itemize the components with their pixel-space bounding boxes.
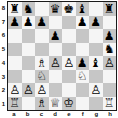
piece-white-pawn: ♙ [90,83,101,95]
square-a1[interactable]: ♖ [8,97,22,111]
piece-black-pawn: ♟ [77,16,88,28]
file-label-f: f [76,111,90,118]
piece-white-pawn: ♙ [36,83,47,95]
square-d7[interactable] [49,16,63,30]
piece-white-pawn: ♙ [104,56,115,68]
piece-white-pawn: ♙ [9,83,20,95]
piece-white-pawn: ♙ [63,56,74,68]
square-e5[interactable] [62,43,76,57]
piece-black-pawn: ♟ [104,29,115,41]
piece-white-knight: ♘ [77,70,88,82]
piece-black-pawn: ♟ [9,16,20,28]
piece-white-queen: ♕ [50,97,61,109]
square-f6[interactable] [76,29,90,43]
square-d5[interactable] [49,43,63,57]
square-a4[interactable] [8,56,22,70]
piece-black-pawn: ♟ [90,16,101,28]
piece-black-knight: ♞ [104,43,115,55]
piece-black-bishop: ♝ [77,2,88,14]
chess-board: ♜♞♛♚♝♜♟♟♟♟♟♟♟♞♗♙♙♟♝♙♘♘♙♙♙♙♖♗♕♔♖ [7,1,117,111]
file-label-g: g [90,111,104,118]
piece-black-knight: ♞ [23,2,34,14]
piece-black-queen: ♛ [50,2,61,14]
square-g4[interactable]: ♝ [89,56,103,70]
rank-labels: 87654321 [0,1,7,111]
piece-black-rook: ♜ [104,2,115,14]
rank-label-3: 3 [0,70,7,84]
square-d2[interactable] [49,83,63,97]
piece-black-rook: ♜ [9,2,20,14]
square-b6[interactable] [22,29,36,43]
square-h8[interactable]: ♜ [103,2,117,16]
square-h5[interactable]: ♞ [103,43,117,57]
square-f3[interactable]: ♘ [76,70,90,84]
file-label-h: h [103,111,117,118]
square-g6[interactable] [89,29,103,43]
piece-black-king: ♚ [63,2,74,14]
square-d6[interactable]: ♟ [49,29,63,43]
square-e7[interactable] [62,16,76,30]
piece-black-pawn: ♟ [77,56,88,68]
square-f2[interactable] [76,83,90,97]
square-f1[interactable] [76,97,90,111]
square-h7[interactable] [103,16,117,30]
square-e4[interactable]: ♙ [62,56,76,70]
square-b1[interactable] [22,97,36,111]
piece-white-king: ♔ [63,97,74,109]
file-label-d: d [48,111,62,118]
square-f5[interactable] [76,43,90,57]
square-b8[interactable]: ♞ [22,2,36,16]
square-a5[interactable] [8,43,22,57]
rank-label-6: 6 [0,29,7,43]
rank-label-1: 1 [0,97,7,111]
square-c3[interactable]: ♘ [35,70,49,84]
square-a3[interactable] [8,70,22,84]
rank-label-7: 7 [0,15,7,29]
square-g8[interactable] [89,2,103,16]
square-c1[interactable]: ♗ [35,97,49,111]
square-f4[interactable]: ♟ [76,56,90,70]
square-g5[interactable] [89,43,103,57]
rank-label-8: 8 [0,1,7,15]
square-g3[interactable] [89,70,103,84]
square-e6[interactable] [62,29,76,43]
piece-black-pawn: ♟ [50,29,61,41]
piece-white-bishop: ♗ [36,97,47,109]
square-b2[interactable]: ♙ [22,83,36,97]
rank-label-5: 5 [0,42,7,56]
square-e8[interactable]: ♚ [62,2,76,16]
square-e1[interactable]: ♔ [62,97,76,111]
square-c6[interactable] [35,29,49,43]
square-c7[interactable]: ♟ [35,16,49,30]
square-h6[interactable]: ♟ [103,29,117,43]
square-g7[interactable]: ♟ [89,16,103,30]
square-h4[interactable]: ♙ [103,56,117,70]
square-b3[interactable] [22,70,36,84]
square-h2[interactable] [103,83,117,97]
square-h3[interactable] [103,70,117,84]
piece-black-bishop: ♝ [90,56,101,68]
square-b4[interactable] [22,56,36,70]
piece-white-knight: ♘ [36,70,47,82]
piece-black-pawn: ♟ [36,16,47,28]
rank-label-4: 4 [0,56,7,70]
piece-black-pawn: ♟ [23,16,34,28]
square-c8[interactable] [35,2,49,16]
square-d1[interactable]: ♕ [49,97,63,111]
square-g2[interactable]: ♙ [89,83,103,97]
square-c4[interactable]: ♗ [35,56,49,70]
file-label-e: e [62,111,76,118]
square-e3[interactable] [62,70,76,84]
piece-white-rook: ♖ [9,97,20,109]
file-label-a: a [7,111,21,118]
square-a2[interactable]: ♙ [8,83,22,97]
rank-label-2: 2 [0,84,7,98]
square-g1[interactable] [89,97,103,111]
square-h1[interactable]: ♖ [103,97,117,111]
square-d3[interactable] [49,70,63,84]
piece-white-rook: ♖ [104,97,115,109]
file-labels: abcdefgh [7,111,117,118]
square-a7[interactable]: ♟ [8,16,22,30]
piece-white-bishop: ♗ [36,56,47,68]
square-f7[interactable]: ♟ [76,16,90,30]
square-b5[interactable] [22,43,36,57]
square-c5[interactable] [35,43,49,57]
square-a8[interactable]: ♜ [8,2,22,16]
piece-white-pawn: ♙ [50,56,61,68]
square-b7[interactable]: ♟ [22,16,36,30]
square-e2[interactable] [62,83,76,97]
file-label-b: b [21,111,35,118]
square-f8[interactable]: ♝ [76,2,90,16]
square-c2[interactable]: ♙ [35,83,49,97]
chess-diagram: 87654321 ♜♞♛♚♝♜♟♟♟♟♟♟♟♞♗♙♙♟♝♙♘♘♙♙♙♙♖♗♕♔♖… [0,0,118,118]
file-label-c: c [35,111,49,118]
square-d4[interactable]: ♙ [49,56,63,70]
piece-white-pawn: ♙ [23,83,34,95]
square-d8[interactable]: ♛ [49,2,63,16]
square-a6[interactable] [8,29,22,43]
